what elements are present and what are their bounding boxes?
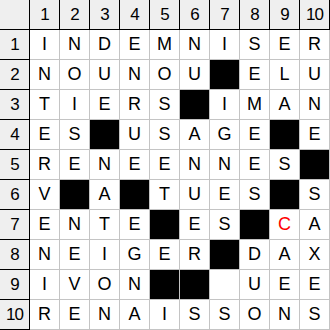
grid-cell[interactable]: D — [240, 240, 270, 270]
grid-cell[interactable]: R — [30, 300, 60, 330]
grid-cell[interactable]: U — [300, 60, 330, 90]
grid-cell-red-letter[interactable]: C — [270, 210, 300, 240]
grid-cell[interactable]: E — [210, 180, 240, 210]
block-cell — [150, 270, 180, 300]
grid-cell[interactable]: R — [120, 90, 150, 120]
row-header-2: 2 — [0, 60, 30, 90]
col-header-6: 6 — [180, 0, 210, 30]
grid-cell[interactable]: E — [240, 150, 270, 180]
grid-cell[interactable]: U — [180, 60, 210, 90]
grid-cell[interactable]: R — [30, 150, 60, 180]
grid-cell[interactable]: E — [240, 60, 270, 90]
col-header-8: 8 — [240, 0, 270, 30]
grid-cell[interactable]: S — [180, 300, 210, 330]
col-header-9: 9 — [270, 0, 300, 30]
grid-cell[interactable]: E — [30, 120, 60, 150]
grid-cell[interactable]: S — [150, 90, 180, 120]
row-header-10: 10 — [0, 300, 30, 330]
grid-cell[interactable]: O — [90, 270, 120, 300]
row-header-4: 4 — [0, 120, 30, 150]
grid-cell[interactable]: O — [60, 60, 90, 90]
row-header-9: 9 — [0, 270, 30, 300]
grid-cell[interactable]: A — [270, 90, 300, 120]
block-cell — [150, 210, 180, 240]
grid-cell[interactable]: S — [300, 180, 330, 210]
grid-cell[interactable]: A — [90, 180, 120, 210]
grid-cell[interactable]: E — [30, 210, 60, 240]
grid-cell[interactable]: I — [210, 90, 240, 120]
grid-cell[interactable]: A — [120, 300, 150, 330]
grid-cell[interactable]: E — [270, 270, 300, 300]
col-header-10: 10 — [300, 0, 330, 30]
col-header-4: 4 — [120, 0, 150, 30]
grid-cell[interactable]: L — [270, 60, 300, 90]
grid-cell[interactable]: E — [120, 210, 150, 240]
grid-cell[interactable]: I — [90, 240, 120, 270]
row-header-7: 7 — [0, 210, 30, 240]
grid-cell[interactable]: U — [90, 60, 120, 90]
corner-cell — [0, 0, 30, 30]
grid-cell[interactable]: I — [30, 30, 60, 60]
grid-cell[interactable]: S — [240, 30, 270, 60]
grid-cell[interactable]: N — [60, 210, 90, 240]
block-cell — [240, 210, 270, 240]
grid-cell[interactable]: X — [300, 240, 330, 270]
grid-cell[interactable]: S — [300, 300, 330, 330]
grid-cell[interactable]: N — [300, 90, 330, 120]
grid-cell[interactable]: T — [150, 180, 180, 210]
grid-cell[interactable]: S — [210, 210, 240, 240]
grid-cell[interactable]: E — [180, 210, 210, 240]
block-cell — [210, 60, 240, 90]
block-cell — [180, 270, 210, 300]
block-cell — [210, 240, 240, 270]
block-cell — [120, 180, 150, 210]
block-cell — [270, 120, 300, 150]
grid-cell[interactable]: A — [300, 210, 330, 240]
crossword-board: 123456789101INDEMNISER2NOUNOUELU3TIERSIM… — [0, 0, 330, 330]
grid-cell[interactable]: G — [120, 240, 150, 270]
block-cell — [60, 180, 90, 210]
col-header-1: 1 — [30, 0, 60, 30]
grid-cell[interactable]: N — [120, 60, 150, 90]
grid-cell[interactable]: N — [30, 60, 60, 90]
grid-cell[interactable]: A — [180, 120, 210, 150]
grid-cell[interactable]: E — [120, 150, 150, 180]
grid-cell[interactable]: U — [120, 120, 150, 150]
grid-cell[interactable]: E — [60, 300, 90, 330]
grid-cell[interactable]: M — [240, 90, 270, 120]
grid-cell[interactable]: T — [30, 90, 60, 120]
grid-cell[interactable]: I — [150, 300, 180, 330]
col-header-2: 2 — [60, 0, 90, 30]
col-header-7: 7 — [210, 0, 240, 30]
grid-cell[interactable]: N — [180, 30, 210, 60]
grid-cell[interactable]: N — [90, 150, 120, 180]
grid-cell[interactable]: G — [210, 120, 240, 150]
block-cell — [90, 120, 120, 150]
grid-cell[interactable]: A — [270, 240, 300, 270]
row-header-5: 5 — [0, 150, 30, 180]
grid-cell[interactable]: N — [30, 240, 60, 270]
grid-cell[interactable]: D — [90, 30, 120, 60]
row-header-8: 8 — [0, 240, 30, 270]
block-cell — [180, 90, 210, 120]
grid-cell[interactable]: N — [90, 300, 120, 330]
grid-cell[interactable]: E — [90, 90, 120, 120]
grid-cell[interactable]: E — [240, 120, 270, 150]
grid-cell[interactable]: E — [60, 150, 90, 180]
row-header-1: 1 — [0, 30, 30, 60]
grid-cell[interactable]: I — [60, 90, 90, 120]
grid-cell[interactable]: R — [180, 240, 210, 270]
block-cell — [300, 150, 330, 180]
grid-cell[interactable]: E — [300, 270, 330, 300]
grid-cell[interactable]: E — [150, 240, 180, 270]
grid-cell[interactable]: V — [60, 270, 90, 300]
grid-cell[interactable]: N — [60, 30, 90, 60]
grid-cell[interactable]: U — [240, 270, 270, 300]
grid-cell[interactable]: S — [270, 150, 300, 180]
row-header-6: 6 — [0, 180, 30, 210]
grid-cell[interactable]: E — [300, 120, 330, 150]
grid-cell[interactable]: M — [150, 30, 180, 60]
grid-cell[interactable]: E — [150, 150, 180, 180]
grid-cell[interactable]: E — [270, 30, 300, 60]
grid-cell[interactable]: S — [150, 120, 180, 150]
grid-cell[interactable]: R — [300, 30, 330, 60]
grid-cell[interactable]: V — [30, 180, 60, 210]
grid-cell[interactable]: S — [210, 300, 240, 330]
grid-cell[interactable]: E — [60, 240, 90, 270]
grid-cell[interactable]: O — [240, 300, 270, 330]
grid-cell[interactable]: N — [120, 270, 150, 300]
grid-cell[interactable]: T — [90, 210, 120, 240]
grid-cell[interactable]: U — [180, 180, 210, 210]
col-header-3: 3 — [90, 0, 120, 30]
grid-cell[interactable]: S — [60, 120, 90, 150]
grid-cell[interactable]: N — [270, 300, 300, 330]
grid-cell[interactable]: O — [150, 60, 180, 90]
grid-cell[interactable]: I — [30, 270, 60, 300]
row-header-3: 3 — [0, 90, 30, 120]
grid-cell[interactable] — [210, 270, 240, 300]
grid-cell[interactable]: I — [210, 30, 240, 60]
grid-cell[interactable]: N — [210, 150, 240, 180]
grid-cell[interactable]: E — [120, 30, 150, 60]
grid-cell[interactable]: N — [180, 150, 210, 180]
block-cell — [270, 180, 300, 210]
col-header-5: 5 — [150, 0, 180, 30]
grid-cell[interactable]: S — [240, 180, 270, 210]
